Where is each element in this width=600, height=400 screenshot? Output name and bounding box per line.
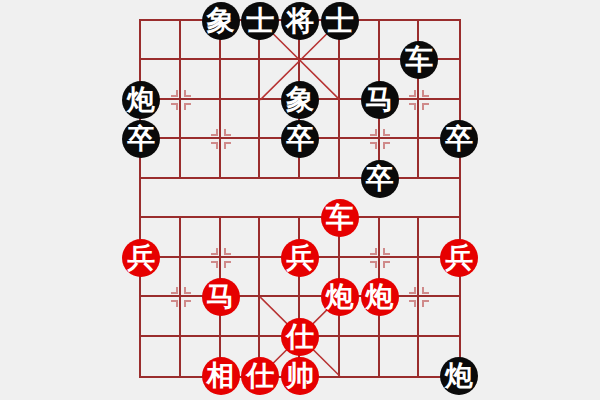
point-marker	[224, 129, 231, 136]
point-marker	[422, 103, 429, 110]
point-marker	[184, 300, 191, 307]
piece-red-advisor[interactable]: 仕	[241, 357, 279, 395]
piece-black-advisor[interactable]: 士	[241, 2, 279, 40]
piece-black-cannon[interactable]: 炮	[440, 357, 478, 395]
point-marker	[370, 142, 377, 149]
point-marker	[370, 129, 377, 136]
piece-red-chariot[interactable]: 车	[321, 199, 359, 237]
point-marker	[171, 90, 178, 97]
piece-black-soldier[interactable]: 卒	[361, 160, 399, 198]
board-overlay: 象士将士车炮象马卒卒卒卒车兵兵兵马炮炮仕相仕帅炮	[141, 21, 459, 376]
piece-black-soldier[interactable]: 卒	[440, 120, 478, 158]
point-marker	[422, 300, 429, 307]
piece-red-advisor[interactable]: 仕	[281, 318, 319, 356]
point-marker	[383, 129, 390, 136]
piece-red-horse[interactable]: 马	[202, 278, 240, 316]
point-marker	[422, 287, 429, 294]
point-marker	[211, 248, 218, 255]
point-marker	[422, 90, 429, 97]
point-marker	[383, 248, 390, 255]
point-marker	[224, 142, 231, 149]
point-marker	[383, 142, 390, 149]
point-marker	[383, 261, 390, 268]
piece-black-elephant[interactable]: 象	[281, 81, 319, 119]
piece-black-soldier[interactable]: 卒	[122, 120, 160, 158]
point-marker	[184, 287, 191, 294]
piece-red-soldier[interactable]: 兵	[122, 239, 160, 277]
point-marker	[171, 103, 178, 110]
point-marker	[184, 90, 191, 97]
point-marker	[370, 248, 377, 255]
piece-red-cannon[interactable]: 炮	[321, 278, 359, 316]
point-marker	[211, 142, 218, 149]
piece-red-soldier[interactable]: 兵	[281, 239, 319, 277]
piece-red-soldier[interactable]: 兵	[440, 239, 478, 277]
piece-black-advisor[interactable]: 士	[321, 2, 359, 40]
piece-red-elephant[interactable]: 相	[202, 357, 240, 395]
point-marker	[224, 261, 231, 268]
piece-black-general[interactable]: 将	[281, 2, 319, 40]
point-marker	[409, 300, 416, 307]
point-marker	[211, 261, 218, 268]
point-marker	[211, 129, 218, 136]
piece-black-chariot[interactable]: 车	[400, 41, 438, 79]
point-marker	[171, 287, 178, 294]
point-marker	[184, 103, 191, 110]
point-marker	[409, 287, 416, 294]
piece-black-cannon[interactable]: 炮	[122, 81, 160, 119]
point-marker	[370, 261, 377, 268]
piece-black-soldier[interactable]: 卒	[281, 120, 319, 158]
point-marker	[409, 90, 416, 97]
point-marker	[171, 300, 178, 307]
piece-red-cannon[interactable]: 炮	[361, 278, 399, 316]
xiangqi-board: 象士将士车炮象马卒卒卒卒车兵兵兵马炮炮仕相仕帅炮	[139, 19, 461, 378]
xiangqi-app: 象士将士车炮象马卒卒卒卒车兵兵兵马炮炮仕相仕帅炮	[0, 0, 600, 400]
piece-black-elephant[interactable]: 象	[202, 2, 240, 40]
piece-black-horse[interactable]: 马	[361, 81, 399, 119]
point-marker	[409, 103, 416, 110]
point-marker	[224, 248, 231, 255]
piece-red-general[interactable]: 帅	[281, 357, 319, 395]
